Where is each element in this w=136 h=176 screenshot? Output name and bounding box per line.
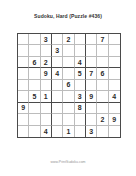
sudoku-cell[interactable] xyxy=(18,68,29,79)
sudoku-cell[interactable] xyxy=(75,45,86,56)
sudoku-cell[interactable] xyxy=(86,57,97,68)
sudoku-cell[interactable]: 9 xyxy=(109,114,120,125)
sudoku-cell[interactable] xyxy=(109,57,120,68)
sudoku-cell[interactable]: 7 xyxy=(86,68,97,79)
sudoku-cell[interactable]: 7 xyxy=(97,34,108,45)
sudoku-cell[interactable]: 2 xyxy=(63,34,74,45)
sudoku-cell[interactable] xyxy=(75,34,86,45)
sudoku-cell[interactable] xyxy=(97,45,108,56)
sudoku-cell[interactable] xyxy=(97,126,108,137)
sudoku-cell[interactable] xyxy=(63,57,74,68)
sudoku-cell[interactable]: 3 xyxy=(41,34,52,45)
sudoku-cell[interactable] xyxy=(86,80,97,91)
sudoku-cell[interactable] xyxy=(41,103,52,114)
sudoku-cell[interactable] xyxy=(29,80,40,91)
sudoku-cell[interactable]: 4 xyxy=(109,91,120,102)
sudoku-cell[interactable] xyxy=(86,45,97,56)
puzzle-title: Sudoku, Hard (Puzzle #436) xyxy=(0,13,136,19)
sudoku-cell[interactable]: 6 xyxy=(29,57,40,68)
sudoku-cell[interactable]: 2 xyxy=(97,114,108,125)
sudoku-cell[interactable] xyxy=(86,103,97,114)
sudoku-cell[interactable] xyxy=(63,103,74,114)
sudoku-cell[interactable] xyxy=(63,45,74,56)
sudoku-cell[interactable]: 3 xyxy=(52,45,63,56)
sudoku-cell[interactable]: 9 xyxy=(18,103,29,114)
sudoku-cell[interactable]: 1 xyxy=(41,91,52,102)
sudoku-cell[interactable] xyxy=(109,45,120,56)
sudoku-cell[interactable] xyxy=(18,34,29,45)
footer-url: www.PrintSudoku.com xyxy=(0,160,136,164)
sudoku-cell[interactable]: 6 xyxy=(63,80,74,91)
sudoku-cell[interactable] xyxy=(52,103,63,114)
sudoku-cell[interactable] xyxy=(52,126,63,137)
sudoku-cell[interactable]: 6 xyxy=(97,68,108,79)
sudoku-board: 3273624945766513949829413 xyxy=(17,33,121,138)
sudoku-cell[interactable]: 5 xyxy=(29,91,40,102)
sudoku-cell[interactable]: 1 xyxy=(63,126,74,137)
sudoku-cell[interactable] xyxy=(18,126,29,137)
sudoku-page: Sudoku, Hard (Puzzle #436) 3273624945766… xyxy=(0,0,136,176)
sudoku-cell[interactable] xyxy=(29,114,40,125)
sudoku-cell[interactable] xyxy=(41,80,52,91)
sudoku-cell[interactable] xyxy=(109,80,120,91)
sudoku-cell[interactable] xyxy=(86,34,97,45)
sudoku-cell[interactable] xyxy=(86,114,97,125)
sudoku-cell[interactable] xyxy=(29,103,40,114)
sudoku-cell[interactable] xyxy=(97,80,108,91)
sudoku-cell[interactable] xyxy=(29,68,40,79)
sudoku-cell[interactable] xyxy=(109,34,120,45)
sudoku-cell[interactable]: 9 xyxy=(86,91,97,102)
sudoku-cell[interactable] xyxy=(29,34,40,45)
sudoku-cell[interactable]: 8 xyxy=(75,103,86,114)
sudoku-cell[interactable] xyxy=(18,80,29,91)
sudoku-cell[interactable]: 9 xyxy=(41,68,52,79)
sudoku-cell[interactable] xyxy=(18,91,29,102)
sudoku-cell[interactable] xyxy=(52,34,63,45)
sudoku-cell[interactable]: 4 xyxy=(41,126,52,137)
sudoku-cell[interactable] xyxy=(63,68,74,79)
sudoku-cell[interactable]: 5 xyxy=(75,68,86,79)
sudoku-cell[interactable]: 3 xyxy=(75,91,86,102)
sudoku-cell[interactable] xyxy=(97,103,108,114)
sudoku-cell[interactable] xyxy=(52,57,63,68)
sudoku-cell[interactable] xyxy=(18,57,29,68)
sudoku-cell[interactable]: 2 xyxy=(41,57,52,68)
sudoku-cell[interactable] xyxy=(109,68,120,79)
sudoku-cell[interactable] xyxy=(41,45,52,56)
sudoku-cell[interactable]: 3 xyxy=(86,126,97,137)
sudoku-cell[interactable] xyxy=(75,80,86,91)
sudoku-cell[interactable] xyxy=(97,57,108,68)
sudoku-cell[interactable] xyxy=(18,45,29,56)
sudoku-cell[interactable] xyxy=(52,91,63,102)
sudoku-cell[interactable] xyxy=(52,114,63,125)
sudoku-cell[interactable] xyxy=(63,114,74,125)
sudoku-cell[interactable] xyxy=(109,126,120,137)
sudoku-cell[interactable] xyxy=(63,91,74,102)
sudoku-cell[interactable] xyxy=(29,126,40,137)
sudoku-cell[interactable]: 4 xyxy=(75,57,86,68)
sudoku-cell[interactable] xyxy=(52,80,63,91)
sudoku-cell[interactable] xyxy=(97,91,108,102)
sudoku-cell[interactable] xyxy=(18,114,29,125)
sudoku-cell[interactable]: 4 xyxy=(52,68,63,79)
sudoku-cell[interactable] xyxy=(109,103,120,114)
sudoku-cell[interactable] xyxy=(29,45,40,56)
sudoku-cell[interactable] xyxy=(75,126,86,137)
sudoku-cell[interactable] xyxy=(41,114,52,125)
sudoku-cell[interactable] xyxy=(75,114,86,125)
